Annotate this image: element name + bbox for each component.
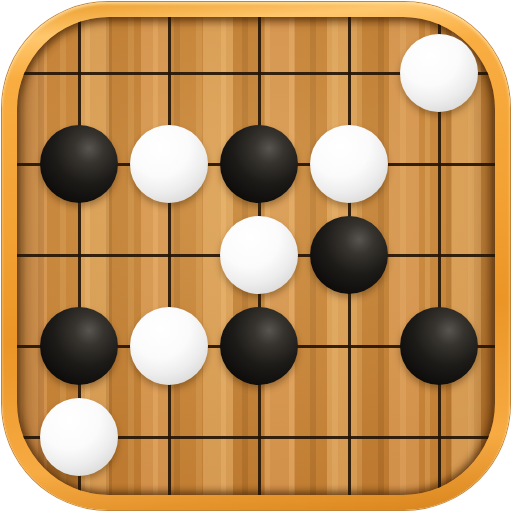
white-stone[interactable] xyxy=(130,307,208,385)
white-stone[interactable] xyxy=(310,125,388,203)
black-stone[interactable] xyxy=(40,307,118,385)
white-stone[interactable] xyxy=(40,398,118,476)
black-stone[interactable] xyxy=(40,125,118,203)
black-stone[interactable] xyxy=(310,216,388,294)
white-stone[interactable] xyxy=(130,125,208,203)
white-stone[interactable] xyxy=(400,34,478,112)
black-stone[interactable] xyxy=(400,307,478,385)
board-frame xyxy=(2,2,510,510)
black-stone[interactable] xyxy=(220,307,298,385)
go-board[interactable] xyxy=(17,17,495,495)
app-icon xyxy=(0,0,512,512)
black-stone[interactable] xyxy=(220,125,298,203)
white-stone[interactable] xyxy=(220,216,298,294)
